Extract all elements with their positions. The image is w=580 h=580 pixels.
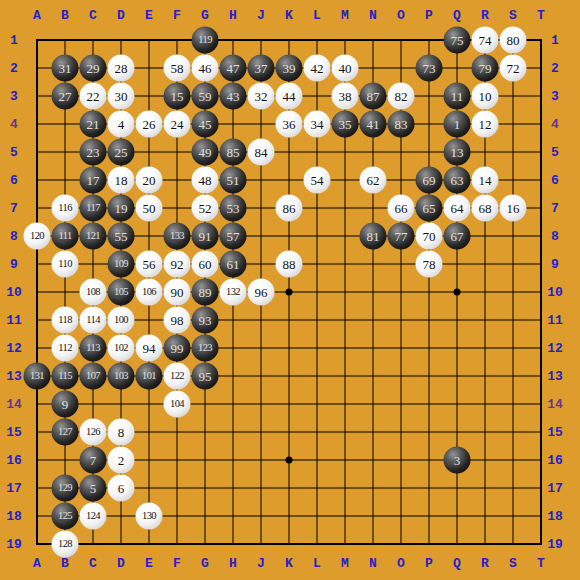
black-stone-73-P2[interactable]: 73 [416,55,443,82]
white-stone-4-D4[interactable]: 4 [108,111,135,138]
row-label-right-14: 14 [547,398,563,411]
row-label-left-19: 19 [6,538,22,551]
black-stone-121-C8[interactable]: 121 [80,223,107,250]
black-stone-65-P7[interactable]: 65 [416,195,443,222]
row-label-left-11: 11 [6,314,22,327]
white-stone-2-D16[interactable]: 2 [108,447,135,474]
column-label-bottom-O: O [397,557,405,570]
white-stone-92-F9[interactable]: 92 [164,251,191,278]
row-label-right-1: 1 [551,34,559,47]
white-stone-80-S1[interactable]: 80 [500,27,527,54]
black-stone-81-N8[interactable]: 81 [360,223,387,250]
column-label-top-E: E [145,9,153,22]
column-label-top-K: K [285,9,293,22]
black-stone-51-H6[interactable]: 51 [220,167,247,194]
black-stone-29-C2[interactable]: 29 [80,55,107,82]
row-label-left-7: 7 [10,202,18,215]
column-label-top-H: H [229,9,237,22]
white-stone-48-G6[interactable]: 48 [192,167,219,194]
black-stone-77-O8[interactable]: 77 [388,223,415,250]
black-stone-11-Q3[interactable]: 11 [444,83,471,110]
black-stone-69-P6[interactable]: 69 [416,167,443,194]
black-stone-117-C7[interactable]: 117 [80,195,107,222]
black-stone-131-A13[interactable]: 131 [24,363,51,390]
white-stone-64-Q7[interactable]: 64 [444,195,471,222]
white-stone-36-K4[interactable]: 36 [276,111,303,138]
white-stone-72-S2[interactable]: 72 [500,55,527,82]
column-label-bottom-D: D [117,557,125,570]
black-stone-7-C16[interactable]: 7 [80,447,107,474]
black-stone-61-H9[interactable]: 61 [220,251,247,278]
white-stone-60-G9[interactable]: 60 [192,251,219,278]
white-stone-108-C10[interactable]: 108 [80,279,107,306]
white-stone-114-C11[interactable]: 114 [80,307,107,334]
white-stone-10-R3[interactable]: 10 [472,83,499,110]
row-label-left-16: 16 [6,454,22,467]
black-stone-95-G13[interactable]: 95 [192,363,219,390]
row-label-left-2: 2 [10,62,18,75]
black-stone-13-Q5[interactable]: 13 [444,139,471,166]
row-label-left-6: 6 [10,174,18,187]
white-stone-58-F2[interactable]: 58 [164,55,191,82]
column-label-top-A: A [33,9,41,22]
white-stone-130-E18[interactable]: 130 [136,503,163,530]
white-stone-124-C18[interactable]: 124 [80,503,107,530]
black-stone-21-C4[interactable]: 21 [80,111,107,138]
black-stone-111-B8[interactable]: 111 [52,223,79,250]
black-stone-99-F12[interactable]: 99 [164,335,191,362]
white-stone-20-E6[interactable]: 20 [136,167,163,194]
white-stone-74-R1[interactable]: 74 [472,27,499,54]
column-label-bottom-C: C [89,557,97,570]
black-stone-35-M4[interactable]: 35 [332,111,359,138]
column-label-bottom-G: G [201,557,209,570]
black-stone-23-C5[interactable]: 23 [80,139,107,166]
row-label-left-18: 18 [6,510,22,523]
black-stone-5-C17[interactable]: 5 [80,475,107,502]
white-stone-12-R4[interactable]: 12 [472,111,499,138]
black-stone-133-F8[interactable]: 133 [164,223,191,250]
column-label-top-M: M [341,9,349,22]
column-label-bottom-K: K [285,557,293,570]
white-stone-102-D12[interactable]: 102 [108,335,135,362]
black-stone-85-H5[interactable]: 85 [220,139,247,166]
white-stone-22-C3[interactable]: 22 [80,83,107,110]
white-stone-62-N6[interactable]: 62 [360,167,387,194]
row-label-right-10: 10 [547,286,563,299]
black-stone-31-B2[interactable]: 31 [52,55,79,82]
column-label-top-S: S [509,9,517,22]
row-label-left-1: 1 [10,34,18,47]
white-stone-78-P9[interactable]: 78 [416,251,443,278]
column-label-bottom-P: P [425,557,433,570]
white-stone-112-B12[interactable]: 112 [52,335,79,362]
black-stone-125-B18[interactable]: 125 [52,503,79,530]
row-label-left-4: 4 [10,118,18,131]
go-board-diagram[interactable]: AABBCCDDEEFFGGHHJJKKLLMMNNOOPPQQRRSSTT11… [0,0,580,580]
row-label-left-5: 5 [10,146,18,159]
black-stone-53-H7[interactable]: 53 [220,195,247,222]
white-stone-16-S7[interactable]: 16 [500,195,527,222]
black-stone-17-C6[interactable]: 17 [80,167,107,194]
black-stone-45-G4[interactable]: 45 [192,111,219,138]
white-stone-106-E10[interactable]: 106 [136,279,163,306]
row-label-left-13: 13 [6,370,22,383]
black-stone-91-G8[interactable]: 91 [192,223,219,250]
white-stone-104-F14[interactable]: 104 [164,391,191,418]
row-label-left-8: 8 [10,230,18,243]
black-stone-115-B13[interactable]: 115 [52,363,79,390]
white-stone-126-C15[interactable]: 126 [80,419,107,446]
white-stone-128-B19[interactable]: 128 [52,531,79,558]
row-label-right-9: 9 [551,258,559,271]
black-stone-107-C13[interactable]: 107 [80,363,107,390]
row-label-right-19: 19 [547,538,563,551]
black-stone-49-G5[interactable]: 49 [192,139,219,166]
row-label-left-14: 14 [6,398,22,411]
white-stone-18-D6[interactable]: 18 [108,167,135,194]
white-stone-70-P8[interactable]: 70 [416,223,443,250]
column-label-bottom-H: H [229,557,237,570]
black-stone-119-G1[interactable]: 119 [192,27,219,54]
black-stone-113-C12[interactable]: 113 [80,335,107,362]
row-label-right-12: 12 [547,342,563,355]
black-stone-43-H3[interactable]: 43 [220,83,247,110]
white-stone-96-J10[interactable]: 96 [248,279,275,306]
white-stone-14-R6[interactable]: 14 [472,167,499,194]
white-stone-28-D2[interactable]: 28 [108,55,135,82]
white-stone-46-G2[interactable]: 46 [192,55,219,82]
row-label-right-8: 8 [551,230,559,243]
black-stone-123-G12[interactable]: 123 [192,335,219,362]
row-label-right-6: 6 [551,174,559,187]
white-stone-118-B11[interactable]: 118 [52,307,79,334]
column-label-bottom-F: F [173,557,181,570]
white-stone-32-J3[interactable]: 32 [248,83,275,110]
white-stone-38-M3[interactable]: 38 [332,83,359,110]
white-stone-54-L6[interactable]: 54 [304,167,331,194]
black-stone-63-Q6[interactable]: 63 [444,167,471,194]
row-label-right-3: 3 [551,90,559,103]
white-stone-52-G7[interactable]: 52 [192,195,219,222]
column-label-top-J: J [257,9,265,22]
black-stone-109-D9[interactable]: 109 [108,251,135,278]
column-label-top-T: T [537,9,545,22]
white-stone-116-B7[interactable]: 116 [52,195,79,222]
column-label-top-P: P [425,9,433,22]
white-stone-90-F10[interactable]: 90 [164,279,191,306]
white-stone-66-O7[interactable]: 66 [388,195,415,222]
white-stone-100-D11[interactable]: 100 [108,307,135,334]
black-stone-25-D5[interactable]: 25 [108,139,135,166]
column-label-top-O: O [397,9,405,22]
column-label-top-N: N [369,9,377,22]
white-stone-120-A8[interactable]: 120 [24,223,51,250]
column-label-bottom-L: L [313,557,321,570]
black-stone-105-D10[interactable]: 105 [108,279,135,306]
black-stone-75-Q1[interactable]: 75 [444,27,471,54]
column-label-bottom-J: J [257,557,265,570]
row-label-left-17: 17 [6,482,22,495]
column-label-top-L: L [313,9,321,22]
white-stone-30-D3[interactable]: 30 [108,83,135,110]
black-stone-57-H8[interactable]: 57 [220,223,247,250]
black-stone-67-Q8[interactable]: 67 [444,223,471,250]
black-stone-41-N4[interactable]: 41 [360,111,387,138]
column-label-top-B: B [61,9,69,22]
black-stone-89-G10[interactable]: 89 [192,279,219,306]
row-label-right-5: 5 [551,146,559,159]
white-stone-56-E9[interactable]: 56 [136,251,163,278]
row-label-left-3: 3 [10,90,18,103]
row-label-left-10: 10 [6,286,22,299]
black-stone-27-B3[interactable]: 27 [52,83,79,110]
black-stone-127-B15[interactable]: 127 [52,419,79,446]
white-stone-40-M2[interactable]: 40 [332,55,359,82]
white-stone-44-K3[interactable]: 44 [276,83,303,110]
column-label-bottom-M: M [341,557,349,570]
black-stone-93-G11[interactable]: 93 [192,307,219,334]
column-label-bottom-E: E [145,557,153,570]
black-stone-83-O4[interactable]: 83 [388,111,415,138]
column-label-bottom-A: A [33,557,41,570]
row-label-left-15: 15 [6,426,22,439]
white-stone-82-O3[interactable]: 82 [388,83,415,110]
black-stone-19-D7[interactable]: 19 [108,195,135,222]
white-stone-86-K7[interactable]: 86 [276,195,303,222]
white-stone-122-F13[interactable]: 122 [164,363,191,390]
row-label-right-2: 2 [551,62,559,75]
star-point [286,457,293,464]
star-point [454,289,461,296]
black-stone-3-Q16[interactable]: 3 [444,447,471,474]
column-label-top-G: G [201,9,209,22]
white-stone-132-H10[interactable]: 132 [220,279,247,306]
black-stone-87-N3[interactable]: 87 [360,83,387,110]
row-label-right-16: 16 [547,454,563,467]
white-stone-42-L2[interactable]: 42 [304,55,331,82]
black-stone-59-G3[interactable]: 59 [192,83,219,110]
black-stone-39-K2[interactable]: 39 [276,55,303,82]
white-stone-6-D17[interactable]: 6 [108,475,135,502]
white-stone-50-E7[interactable]: 50 [136,195,163,222]
column-label-bottom-S: S [509,557,517,570]
white-stone-8-D15[interactable]: 8 [108,419,135,446]
white-stone-26-E4[interactable]: 26 [136,111,163,138]
black-stone-37-J2[interactable]: 37 [248,55,275,82]
row-label-left-9: 9 [10,258,18,271]
column-label-top-Q: Q [453,9,461,22]
row-label-right-15: 15 [547,426,563,439]
white-stone-94-E12[interactable]: 94 [136,335,163,362]
column-label-bottom-R: R [481,557,489,570]
star-point [286,289,293,296]
column-label-top-C: C [89,9,97,22]
row-label-right-7: 7 [551,202,559,215]
black-stone-129-B17[interactable]: 129 [52,475,79,502]
white-stone-34-L4[interactable]: 34 [304,111,331,138]
white-stone-98-F11[interactable]: 98 [164,307,191,334]
column-label-bottom-Q: Q [453,557,461,570]
black-stone-15-F3[interactable]: 15 [164,83,191,110]
black-stone-101-E13[interactable]: 101 [136,363,163,390]
black-stone-55-D8[interactable]: 55 [108,223,135,250]
black-stone-9-B14[interactable]: 9 [52,391,79,418]
row-label-right-17: 17 [547,482,563,495]
black-stone-1-Q4[interactable]: 1 [444,111,471,138]
column-label-top-F: F [173,9,181,22]
row-label-left-12: 12 [6,342,22,355]
column-label-top-D: D [117,9,125,22]
black-stone-47-H2[interactable]: 47 [220,55,247,82]
column-label-top-R: R [481,9,489,22]
row-label-right-18: 18 [547,510,563,523]
white-stone-24-F4[interactable]: 24 [164,111,191,138]
column-label-bottom-B: B [61,557,69,570]
row-label-right-13: 13 [547,370,563,383]
black-stone-103-D13[interactable]: 103 [108,363,135,390]
row-label-right-11: 11 [547,314,563,327]
row-label-right-4: 4 [551,118,559,131]
white-stone-68-R7[interactable]: 68 [472,195,499,222]
white-stone-110-B9[interactable]: 110 [52,251,79,278]
black-stone-79-R2[interactable]: 79 [472,55,499,82]
white-stone-84-J5[interactable]: 84 [248,139,275,166]
white-stone-88-K9[interactable]: 88 [276,251,303,278]
column-label-bottom-N: N [369,557,377,570]
column-label-bottom-T: T [537,557,545,570]
